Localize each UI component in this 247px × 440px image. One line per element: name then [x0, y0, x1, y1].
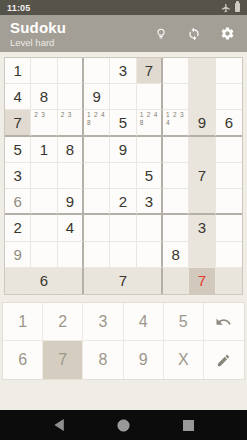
- cell-r5c6[interactable]: 5: [137, 163, 163, 189]
- home-icon[interactable]: [117, 418, 131, 432]
- cell-r9c7[interactable]: [163, 268, 189, 294]
- board-area: 1374897232312485124812349651893576923243…: [0, 52, 247, 295]
- cell-r8c7[interactable]: 8: [163, 242, 189, 268]
- cell-r9c4[interactable]: [84, 268, 110, 294]
- cell-r3c1[interactable]: 7: [5, 110, 31, 136]
- cell-r9c6[interactable]: [137, 268, 163, 294]
- cell-value: 5: [145, 167, 153, 184]
- pencil-marks: 23: [34, 111, 55, 119]
- cell-r5c9[interactable]: [216, 163, 242, 189]
- cell-r8c6[interactable]: [137, 242, 163, 268]
- difficulty-label: Level hard: [10, 38, 153, 48]
- cell-r2c2[interactable]: 8: [31, 84, 57, 110]
- cell-value: 5: [13, 141, 21, 158]
- cell-value: 7: [198, 272, 206, 289]
- cell-r4c8[interactable]: [189, 137, 215, 163]
- cell-value: 1: [13, 62, 21, 79]
- cell-r7c2[interactable]: [31, 215, 57, 241]
- cell-r2c3[interactable]: [58, 84, 84, 110]
- cell-r6c5[interactable]: 2: [110, 189, 136, 215]
- cell-r7c5[interactable]: [110, 215, 136, 241]
- cell-r6c6[interactable]: 3: [137, 189, 163, 215]
- cell-r1c3[interactable]: [58, 58, 84, 84]
- cell-r9c8[interactable]: 7: [189, 268, 215, 294]
- cell-value: 3: [198, 219, 206, 236]
- cell-value: 9: [13, 246, 21, 263]
- cell-r3c7[interactable]: 1234: [163, 110, 189, 136]
- cell-value: 3: [119, 62, 127, 79]
- cell-r3c4[interactable]: 1248: [84, 110, 110, 136]
- key-1[interactable]: 1: [3, 303, 43, 341]
- cell-r1c6[interactable]: 7: [137, 58, 163, 84]
- cell-r4c6[interactable]: [137, 137, 163, 163]
- cell-r1c5[interactable]: 3: [110, 58, 136, 84]
- battery-icon: [235, 3, 240, 12]
- cell-r7c7[interactable]: [163, 215, 189, 241]
- cell-r5c3[interactable]: [58, 163, 84, 189]
- cell-r2c7[interactable]: [163, 84, 189, 110]
- cell-r8c4[interactable]: [84, 242, 110, 268]
- cell-r5c2[interactable]: [31, 163, 57, 189]
- cell-value: 5: [119, 114, 127, 131]
- cell-value: 6: [40, 272, 48, 289]
- cell-r2c9[interactable]: [216, 84, 242, 110]
- airplane-icon: [221, 3, 231, 13]
- cell-r3c2[interactable]: 23: [31, 110, 57, 136]
- cell-r3c3[interactable]: 23: [58, 110, 84, 136]
- cell-value: 4: [13, 88, 21, 105]
- cell-r9c3[interactable]: [58, 268, 84, 294]
- settings-gear-icon[interactable]: [219, 26, 235, 42]
- key-6[interactable]: 6: [3, 341, 43, 379]
- undo-icon[interactable]: [204, 303, 244, 341]
- android-nav-bar: [0, 410, 247, 440]
- key-2[interactable]: 2: [43, 303, 83, 341]
- status-icons: [221, 3, 240, 13]
- pencil-marks: 1248: [87, 111, 108, 126]
- cell-r4c5[interactable]: 9: [110, 137, 136, 163]
- cell-r5c7[interactable]: [163, 163, 189, 189]
- hint-bulb-icon[interactable]: [153, 26, 169, 42]
- cell-r6c4[interactable]: [84, 189, 110, 215]
- pencil-marks: 23: [61, 111, 82, 119]
- cell-r2c1[interactable]: 4: [5, 84, 31, 110]
- cell-r4c3[interactable]: 8: [58, 137, 84, 163]
- cell-r2c4[interactable]: 9: [84, 84, 110, 110]
- cell-r6c2[interactable]: [31, 189, 57, 215]
- sudoku-grid: 1374897232312485124812349651893576923243…: [4, 57, 243, 295]
- cell-r8c8[interactable]: [189, 242, 215, 268]
- cell-value: 9: [92, 88, 100, 105]
- cell-value: 9: [119, 141, 127, 158]
- cell-value: 8: [171, 246, 179, 263]
- key-9[interactable]: 9: [124, 341, 164, 379]
- cell-r7c3[interactable]: 4: [58, 215, 84, 241]
- cell-value: 9: [66, 193, 74, 210]
- key-3[interactable]: 3: [83, 303, 123, 341]
- cell-r1c2[interactable]: [31, 58, 57, 84]
- cell-r5c8[interactable]: 7: [189, 163, 215, 189]
- cell-r1c8[interactable]: [189, 58, 215, 84]
- cell-value: 9: [198, 114, 206, 131]
- cell-r1c1[interactable]: 1: [5, 58, 31, 84]
- background: [0, 380, 247, 410]
- pencil-marks: 1234: [166, 111, 187, 126]
- cell-value: 7: [198, 167, 206, 184]
- cell-r6c3[interactable]: 9: [58, 189, 84, 215]
- cell-r5c1[interactable]: 3: [5, 163, 31, 189]
- cell-r3c8[interactable]: 9: [189, 110, 215, 136]
- cell-value: 8: [66, 141, 74, 158]
- cell-r8c1[interactable]: 9: [5, 242, 31, 268]
- cell-value: 6: [13, 193, 21, 210]
- cell-r6c8[interactable]: [189, 189, 215, 215]
- cell-r1c4[interactable]: [84, 58, 110, 84]
- cell-r4c7[interactable]: [163, 137, 189, 163]
- cell-value: 8: [40, 88, 48, 105]
- cell-r7c1[interactable]: 2: [5, 215, 31, 241]
- cell-r7c6[interactable]: [137, 215, 163, 241]
- cell-r5c4[interactable]: [84, 163, 110, 189]
- cell-r7c9[interactable]: [216, 215, 242, 241]
- cell-value: 3: [13, 167, 21, 184]
- page-title: Sudoku: [10, 20, 153, 36]
- cell-value: 7: [119, 272, 127, 289]
- cell-value: 1: [40, 141, 48, 158]
- cell-r6c7[interactable]: [163, 189, 189, 215]
- cell-r6c9[interactable]: [216, 189, 242, 215]
- cell-r4c9[interactable]: [216, 137, 242, 163]
- cell-r1c9[interactable]: [216, 58, 242, 84]
- cell-value: 2: [119, 193, 127, 210]
- cell-value: 7: [13, 114, 21, 131]
- restart-icon[interactable]: [186, 26, 202, 42]
- key-7[interactable]: 7: [43, 341, 83, 379]
- cell-r4c1[interactable]: 5: [5, 137, 31, 163]
- cell-r8c9[interactable]: [216, 242, 242, 268]
- status-bar: 11:05: [0, 0, 247, 15]
- clock: 11:05: [7, 3, 31, 13]
- cell-r7c4[interactable]: [84, 215, 110, 241]
- app-bar: Sudoku Level hard: [0, 15, 247, 52]
- cell-value: 4: [66, 219, 74, 236]
- cell-r6c1[interactable]: 6: [5, 189, 31, 215]
- cell-r2c5[interactable]: [110, 84, 136, 110]
- cell-r3c9[interactable]: 6: [216, 110, 242, 136]
- cell-r5c5[interactable]: [110, 163, 136, 189]
- recents-icon[interactable]: [181, 418, 195, 432]
- cell-r9c5[interactable]: 7: [110, 268, 136, 294]
- key-4[interactable]: 4: [124, 303, 164, 341]
- cell-value: 2: [13, 219, 21, 236]
- cell-r3c6[interactable]: 1248: [137, 110, 163, 136]
- cell-r1c7[interactable]: [163, 58, 189, 84]
- cell-r3c5[interactable]: 5: [110, 110, 136, 136]
- pencil-marks: 1248: [140, 111, 161, 126]
- cell-r4c2[interactable]: 1: [31, 137, 57, 163]
- key-5[interactable]: 5: [164, 303, 204, 341]
- key-8[interactable]: 8: [83, 341, 123, 379]
- cell-value: 7: [145, 62, 153, 79]
- back-icon[interactable]: [52, 418, 66, 432]
- cell-r7c8[interactable]: 3: [189, 215, 215, 241]
- pencil-icon[interactable]: [204, 341, 244, 379]
- cell-r8c3[interactable]: [58, 242, 84, 268]
- cell-r8c2[interactable]: [31, 242, 57, 268]
- cell-r4c4[interactable]: [84, 137, 110, 163]
- key-X[interactable]: X: [164, 341, 204, 379]
- cell-r8c5[interactable]: [110, 242, 136, 268]
- numpad: 12345 6789X: [2, 302, 245, 380]
- cell-value: 6: [225, 114, 233, 131]
- cell-r2c8[interactable]: [189, 84, 215, 110]
- cell-r9c1[interactable]: [5, 268, 31, 294]
- cell-r2c6[interactable]: [137, 84, 163, 110]
- cell-r9c9[interactable]: [216, 268, 242, 294]
- cell-r9c2[interactable]: 6: [31, 268, 57, 294]
- cell-value: 3: [145, 193, 153, 210]
